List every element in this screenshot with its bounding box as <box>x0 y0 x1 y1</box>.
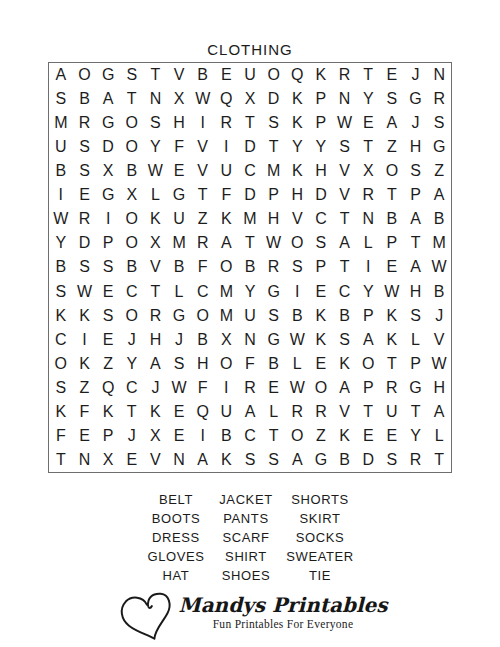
grid-cell-r7c6: U <box>167 207 191 231</box>
grid-cell-r12c13: S <box>333 328 357 352</box>
grid-cell-r9c7: F <box>191 255 215 279</box>
grid-cell-r6c14: R <box>356 183 380 207</box>
grid-cell-r2c7: W <box>191 87 215 111</box>
grid-cell-r13c16: P <box>404 352 428 376</box>
grid-cell-r4c6: F <box>167 135 191 159</box>
grid-cell-r3c14: E <box>356 111 380 135</box>
grid-cell-r8c10: W <box>262 231 286 255</box>
grid-cell-r10c9: Y <box>238 280 262 304</box>
grid-cell-r15c7: Q <box>191 400 215 424</box>
grid-cell-r6c4: X <box>120 183 144 207</box>
grid-cell-r14c3: Q <box>96 376 120 400</box>
grid-cell-r1c3: G <box>96 63 120 87</box>
grid-cell-r1c8: E <box>215 63 239 87</box>
grid-cell-r16c15: E <box>380 424 404 448</box>
grid-cell-r13c8: O <box>215 352 239 376</box>
grid-cell-r5c14: X <box>356 159 380 183</box>
grid-cell-r1c2: O <box>73 63 97 87</box>
grid-cell-r7c11: V <box>285 207 309 231</box>
grid-cell-r10c10: G <box>262 280 286 304</box>
grid-cell-r9c5: V <box>144 255 168 279</box>
grid-cell-r1c11: Q <box>285 63 309 87</box>
grid-cell-r2c4: T <box>120 87 144 111</box>
grid-cell-r4c14: T <box>356 135 380 159</box>
grid-cell-r6c3: G <box>96 183 120 207</box>
grid-cell-r5c10: M <box>262 159 286 183</box>
grid-cell-r15c15: U <box>380 400 404 424</box>
grid-cell-r3c3: G <box>96 111 120 135</box>
grid-cell-r14c10: E <box>262 376 286 400</box>
brand-text-block: Mandys Printables Fun Printables For Eve… <box>179 591 388 631</box>
grid-cell-r15c16: T <box>404 400 428 424</box>
grid-cell-r9c17: W <box>427 255 451 279</box>
grid-cell-r13c12: E <box>309 352 333 376</box>
grid-cell-r12c1: C <box>49 328 73 352</box>
grid-cell-r12c9: N <box>238 328 262 352</box>
grid-cell-r2c9: X <box>238 87 262 111</box>
grid-cell-r6c5: L <box>144 183 168 207</box>
grid-cell-r13c15: T <box>380 352 404 376</box>
grid-cell-r1c16: J <box>404 63 428 87</box>
grid-cell-r1c10: O <box>262 63 286 87</box>
grid-cell-r6c17: A <box>427 183 451 207</box>
grid-cell-r7c14: N <box>356 207 380 231</box>
grid-cell-r8c17: M <box>427 231 451 255</box>
grid-cell-r16c11: O <box>285 424 309 448</box>
grid-cell-r7c16: A <box>404 207 428 231</box>
word-list-column-1: BELTBOOTSDRESSGLOVESHAT <box>141 490 211 585</box>
grid-cell-r9c6: B <box>167 255 191 279</box>
grid-cell-r2c3: A <box>96 87 120 111</box>
grid-cell-r6c12: D <box>309 183 333 207</box>
grid-cell-r7c13: T <box>333 207 357 231</box>
grid-cell-r11c13: B <box>333 304 357 328</box>
grid-cell-r10c5: T <box>144 280 168 304</box>
grid-cell-r9c11: S <box>285 255 309 279</box>
grid-cell-r5c3: X <box>96 159 120 183</box>
grid-cell-r10c7: C <box>191 280 215 304</box>
word-list-item-jacket: JACKET <box>211 490 281 509</box>
grid-cell-r14c1: S <box>49 376 73 400</box>
grid-cell-r7c10: H <box>262 207 286 231</box>
grid-cell-r15c3: K <box>96 400 120 424</box>
grid-cell-r10c8: M <box>215 280 239 304</box>
grid-cell-r12c15: K <box>380 328 404 352</box>
grid-cell-r9c9: B <box>238 255 262 279</box>
grid-cell-r8c6: M <box>167 231 191 255</box>
word-list-item-scarf: SCARF <box>211 528 281 547</box>
grid-cell-r15c12: R <box>309 400 333 424</box>
grid-cell-r14c14: P <box>356 376 380 400</box>
grid-cell-r11c1: K <box>49 304 73 328</box>
grid-cell-r5c5: W <box>144 159 168 183</box>
grid-cell-r15c6: E <box>167 400 191 424</box>
grid-cell-r17c8: K <box>215 448 239 472</box>
grid-cell-r13c5: A <box>144 352 168 376</box>
grid-cell-r17c4: E <box>120 448 144 472</box>
grid-cell-r13c13: K <box>333 352 357 376</box>
grid-cell-r14c16: G <box>404 376 428 400</box>
grid-cell-r10c13: C <box>333 280 357 304</box>
grid-cell-r5c11: K <box>285 159 309 183</box>
grid-cell-r6c16: P <box>404 183 428 207</box>
grid-cell-r6c15: T <box>380 183 404 207</box>
grid-cell-r8c16: T <box>404 231 428 255</box>
grid-cell-r17c5: V <box>144 448 168 472</box>
grid-cell-r2c8: Q <box>215 87 239 111</box>
grid-cell-r9c15: E <box>380 255 404 279</box>
grid-cell-r2c12: P <box>309 87 333 111</box>
grid-cell-r11c17: J <box>427 304 451 328</box>
grid-cell-r13c4: Y <box>120 352 144 376</box>
grid-cell-r11c15: K <box>380 304 404 328</box>
grid-cell-r11c14: P <box>356 304 380 328</box>
grid-cell-r10c16: H <box>404 280 428 304</box>
grid-cell-r11c10: S <box>262 304 286 328</box>
grid-cell-r9c14: I <box>356 255 380 279</box>
word-list-item-shirt: SHIRT <box>211 547 281 566</box>
grid-cell-r1c13: R <box>333 63 357 87</box>
word-list-item-gloves: GLOVES <box>141 547 211 566</box>
grid-cell-r14c4: C <box>120 376 144 400</box>
grid-cell-r14c2: Z <box>73 376 97 400</box>
grid-cell-r9c2: S <box>73 255 97 279</box>
grid-cell-r5c1: B <box>49 159 73 183</box>
word-list-item-dress: DRESS <box>141 528 211 547</box>
grid-cell-r16c3: P <box>96 424 120 448</box>
grid-cell-r12c7: B <box>191 328 215 352</box>
grid-cell-r17c1: T <box>49 448 73 472</box>
grid-cell-r7c3: I <box>96 207 120 231</box>
word-list-item-skirt: SKIRT <box>281 509 359 528</box>
grid-cell-r15c14: T <box>356 400 380 424</box>
grid-cell-r5c16: S <box>404 159 428 183</box>
grid-cell-r2c1: S <box>49 87 73 111</box>
grid-cell-r10c2: W <box>73 280 97 304</box>
grid-cell-r12c6: J <box>167 328 191 352</box>
word-list-item-tie: TIE <box>281 566 359 585</box>
grid-cell-r12c12: K <box>309 328 333 352</box>
grid-cell-r13c1: O <box>49 352 73 376</box>
grid-cell-r10c14: Y <box>356 280 380 304</box>
grid-cell-r10c15: W <box>380 280 404 304</box>
grid-cell-r4c15: Z <box>380 135 404 159</box>
grid-cell-r17c11: A <box>285 448 309 472</box>
grid-cell-r4c9: D <box>238 135 262 159</box>
grid-cell-r10c4: C <box>120 280 144 304</box>
grid-cell-r16c7: I <box>191 424 215 448</box>
grid-cell-r8c8: A <box>215 231 239 255</box>
grid-cell-r2c2: B <box>73 87 97 111</box>
grid-cell-r6c6: G <box>167 183 191 207</box>
grid-cell-r5c2: S <box>73 159 97 183</box>
grid-cell-r15c1: K <box>49 400 73 424</box>
grid-cell-r2c6: X <box>167 87 191 111</box>
grid-cell-r16c2: E <box>73 424 97 448</box>
grid-cell-r14c8: I <box>215 376 239 400</box>
grid-cell-r4c17: G <box>427 135 451 159</box>
grid-cell-r6c10: P <box>262 183 286 207</box>
grid-cell-r2c16: G <box>404 87 428 111</box>
grid-cell-r17c7: A <box>191 448 215 472</box>
grid-cell-r5c4: B <box>120 159 144 183</box>
grid-cell-r4c16: H <box>404 135 428 159</box>
grid-cell-r15c5: K <box>144 400 168 424</box>
grid-cell-r9c16: A <box>404 255 428 279</box>
grid-cell-r12c10: G <box>262 328 286 352</box>
grid-cell-r3c16: J <box>404 111 428 135</box>
grid-cell-r11c5: R <box>144 304 168 328</box>
grid-cell-r1c5: T <box>144 63 168 87</box>
grid-cell-r12c8: X <box>215 328 239 352</box>
grid-cell-r16c5: X <box>144 424 168 448</box>
grid-cell-r17c17: T <box>427 448 451 472</box>
grid-cell-r5c7: V <box>191 159 215 183</box>
grid-cell-r16c17: L <box>427 424 451 448</box>
grid-cell-r9c4: B <box>120 255 144 279</box>
grid-cell-r13c10: B <box>262 352 286 376</box>
grid-cell-r3c8: R <box>215 111 239 135</box>
grid-cell-r14c11: W <box>285 376 309 400</box>
grid-cell-r6c11: H <box>285 183 309 207</box>
grid-cell-r3c10: S <box>262 111 286 135</box>
grid-cell-r15c9: A <box>238 400 262 424</box>
word-list-item-hat: HAT <box>141 566 211 585</box>
grid-cell-r17c16: R <box>404 448 428 472</box>
grid-cell-r15c2: F <box>73 400 97 424</box>
word-list-item-shoes: SHOES <box>211 566 281 585</box>
grid-cell-r5c17: Z <box>427 159 451 183</box>
grid-cell-r11c8: M <box>215 304 239 328</box>
grid-cell-r3c1: M <box>49 111 73 135</box>
grid-cell-r6c2: E <box>73 183 97 207</box>
grid-cell-r2c10: D <box>262 87 286 111</box>
word-list-item-shorts: SHORTS <box>281 490 359 509</box>
grid-cell-r16c9: C <box>238 424 262 448</box>
grid-cell-r16c1: F <box>49 424 73 448</box>
grid-cell-r11c11: B <box>285 304 309 328</box>
word-list-item-boots: BOOTS <box>141 509 211 528</box>
grid-cell-r16c14: E <box>356 424 380 448</box>
grid-cell-r13c6: S <box>167 352 191 376</box>
grid-cell-r7c4: O <box>120 207 144 231</box>
grid-cell-r14c17: H <box>427 376 451 400</box>
grid-cell-r7c8: K <box>215 207 239 231</box>
grid-cell-r8c13: A <box>333 231 357 255</box>
grid-cell-r5c8: U <box>215 159 239 183</box>
grid-cell-r14c15: R <box>380 376 404 400</box>
grid-cell-r6c1: I <box>49 183 73 207</box>
grid-cell-r7c12: C <box>309 207 333 231</box>
grid-cell-r16c8: B <box>215 424 239 448</box>
grid-cell-r3c7: I <box>191 111 215 135</box>
grid-cell-r5c13: V <box>333 159 357 183</box>
grid-cell-r9c10: R <box>262 255 286 279</box>
grid-cell-r6c13: V <box>333 183 357 207</box>
grid-cell-r15c17: A <box>427 400 451 424</box>
grid-cell-r2c15: S <box>380 87 404 111</box>
grid-cell-r1c4: S <box>120 63 144 87</box>
grid-cell-r7c7: Z <box>191 207 215 231</box>
grid-cell-r5c6: E <box>167 159 191 183</box>
grid-cell-r2c13: N <box>333 87 357 111</box>
grid-cell-r4c1: U <box>49 135 73 159</box>
grid-cell-r4c11: Y <box>285 135 309 159</box>
grid-cell-r3c5: S <box>144 111 168 135</box>
grid-cell-r10c1: S <box>49 280 73 304</box>
grid-cell-r11c16: S <box>404 304 428 328</box>
grid-cell-r15c4: T <box>120 400 144 424</box>
grid-cell-r14c7: F <box>191 376 215 400</box>
grid-cell-r4c13: S <box>333 135 357 159</box>
grid-cell-r3c4: O <box>120 111 144 135</box>
word-search-grid: AOGSTVBEUOQKRTEJNSBATNXWQXDKPNYSGRMRGOSH… <box>48 62 452 473</box>
grid-cell-r4c8: I <box>215 135 239 159</box>
grid-cell-r1c15: E <box>380 63 404 87</box>
grid-cell-r15c13: V <box>333 400 357 424</box>
grid-cell-r16c6: E <box>167 424 191 448</box>
grid-cell-r4c3: D <box>96 135 120 159</box>
grid-cell-r11c6: G <box>167 304 191 328</box>
grid-cell-r17c12: G <box>309 448 333 472</box>
grid-cell-r17c9: S <box>238 448 262 472</box>
grid-cell-r13c7: H <box>191 352 215 376</box>
heart-logo-icon <box>113 591 185 643</box>
grid-cell-r12c4: J <box>120 328 144 352</box>
grid-cell-r12c3: E <box>96 328 120 352</box>
grid-cell-r12c14: A <box>356 328 380 352</box>
grid-cell-r12c11: W <box>285 328 309 352</box>
grid-cell-r6c8: F <box>215 183 239 207</box>
grid-cell-r9c8: O <box>215 255 239 279</box>
grid-cell-r16c4: J <box>120 424 144 448</box>
grid-cell-r17c10: S <box>262 448 286 472</box>
grid-cell-r17c2: N <box>73 448 97 472</box>
grid-cell-r17c13: B <box>333 448 357 472</box>
grid-cell-r8c4: O <box>120 231 144 255</box>
grid-cell-r8c9: T <box>238 231 262 255</box>
grid-cell-r3c2: R <box>73 111 97 135</box>
grid-cell-r4c10: T <box>262 135 286 159</box>
grid-cell-r3c15: A <box>380 111 404 135</box>
grid-cell-r8c3: P <box>96 231 120 255</box>
grid-cell-r15c11: R <box>285 400 309 424</box>
grid-cell-r3c13: W <box>333 111 357 135</box>
grid-cell-r10c6: L <box>167 280 191 304</box>
word-list-item-belt: BELT <box>141 490 211 509</box>
grid-cell-r12c2: I <box>73 328 97 352</box>
grid-cell-r2c11: K <box>285 87 309 111</box>
grid-cell-r11c2: K <box>73 304 97 328</box>
grid-cell-r2c17: R <box>427 87 451 111</box>
grid-cell-r8c11: O <box>285 231 309 255</box>
grid-cell-r7c5: K <box>144 207 168 231</box>
word-list-item-socks: SOCKS <box>281 528 359 547</box>
grid-cell-r2c5: N <box>144 87 168 111</box>
grid-cell-r12c17: V <box>427 328 451 352</box>
grid-cell-r14c6: W <box>167 376 191 400</box>
grid-cell-r4c7: V <box>191 135 215 159</box>
grid-cell-r13c14: O <box>356 352 380 376</box>
grid-cell-r1c12: K <box>309 63 333 87</box>
grid-cell-r6c7: T <box>191 183 215 207</box>
grid-cell-r11c4: O <box>120 304 144 328</box>
grid-cell-r4c12: Y <box>309 135 333 159</box>
grid-cell-r17c6: N <box>167 448 191 472</box>
grid-cell-r5c9: C <box>238 159 262 183</box>
grid-cell-r2c14: Y <box>356 87 380 111</box>
grid-cell-r17c14: D <box>356 448 380 472</box>
grid-cell-r11c12: K <box>309 304 333 328</box>
grid-cell-r8c15: P <box>380 231 404 255</box>
grid-cell-r8c5: X <box>144 231 168 255</box>
grid-cell-r11c9: U <box>238 304 262 328</box>
grid-cell-r14c9: R <box>238 376 262 400</box>
grid-cell-r7c1: W <box>49 207 73 231</box>
grid-cell-r4c2: S <box>73 135 97 159</box>
word-list-column-3: SHORTSSKIRTSOCKSSWEATERTIE <box>281 490 359 585</box>
grid-cell-r9c1: B <box>49 255 73 279</box>
grid-cell-r16c12: Z <box>309 424 333 448</box>
grid-cell-r8c7: R <box>191 231 215 255</box>
grid-cell-r1c6: V <box>167 63 191 87</box>
grid-cell-r3c12: P <box>309 111 333 135</box>
grid-cell-r10c11: I <box>285 280 309 304</box>
grid-cell-r8c14: L <box>356 231 380 255</box>
grid-cell-r4c5: Y <box>144 135 168 159</box>
grid-cell-r1c17: N <box>427 63 451 87</box>
grid-cell-r7c2: R <box>73 207 97 231</box>
grid-cell-r17c15: S <box>380 448 404 472</box>
grid-cell-r13c2: K <box>73 352 97 376</box>
grid-cell-r7c17: B <box>427 207 451 231</box>
word-list-item-sweater: SWEATER <box>281 547 359 566</box>
grid-cell-r17c3: X <box>96 448 120 472</box>
grid-cell-r1c1: A <box>49 63 73 87</box>
grid-cell-r13c9: F <box>238 352 262 376</box>
grid-cell-r10c3: E <box>96 280 120 304</box>
grid-cell-r6c9: D <box>238 183 262 207</box>
grid-cell-r15c10: L <box>262 400 286 424</box>
grid-cell-r16c10: T <box>262 424 286 448</box>
grid-cell-r12c5: H <box>144 328 168 352</box>
word-list-item-pants: PANTS <box>211 509 281 528</box>
grid-cell-r9c13: T <box>333 255 357 279</box>
word-list: BELTBOOTSDRESSGLOVESHATJACKETPANTSSCARFS… <box>0 490 500 585</box>
grid-cell-r14c12: O <box>309 376 333 400</box>
grid-cell-r10c12: E <box>309 280 333 304</box>
grid-cell-r15c8: U <box>215 400 239 424</box>
grid-cell-r1c7: B <box>191 63 215 87</box>
grid-cell-r14c5: J <box>144 376 168 400</box>
grid-cell-r9c12: P <box>309 255 333 279</box>
grid-cell-r3c6: H <box>167 111 191 135</box>
grid-cell-r8c1: Y <box>49 231 73 255</box>
grid-cell-r8c2: D <box>73 231 97 255</box>
grid-cell-r12c16: L <box>404 328 428 352</box>
grid-cell-r7c15: B <box>380 207 404 231</box>
grid-cell-r13c3: Z <box>96 352 120 376</box>
grid-cell-r5c15: O <box>380 159 404 183</box>
grid-cell-r9c3: S <box>96 255 120 279</box>
grid-cell-r16c13: K <box>333 424 357 448</box>
grid-cell-r14c13: A <box>333 376 357 400</box>
grid-cell-r1c14: T <box>356 63 380 87</box>
grid-cell-r3c9: T <box>238 111 262 135</box>
brand-tagline: Fun Printables For Everyone <box>179 617 388 631</box>
grid-cell-r16c16: Y <box>404 424 428 448</box>
grid-cell-r3c11: K <box>285 111 309 135</box>
